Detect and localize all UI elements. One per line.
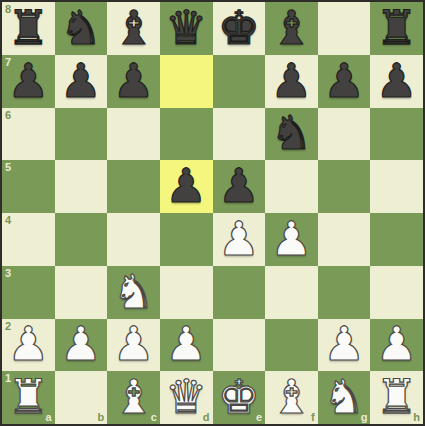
rank-label-4: 4 xyxy=(5,215,11,226)
square-a3[interactable]: 3 xyxy=(2,266,55,319)
square-f1[interactable]: f♝ xyxy=(265,371,318,424)
square-e1[interactable]: e♚ xyxy=(213,371,266,424)
square-c1[interactable]: c♝ xyxy=(107,371,160,424)
square-b4[interactable] xyxy=(55,213,108,266)
square-f7[interactable]: ♟ xyxy=(265,55,318,108)
piece-black-knight[interactable]: ♞ xyxy=(270,109,312,156)
chess-board: 8♜♞♝♛♚♝♜7♟♟♟♟♟♟6♞5♟♟4♟♟3♞2♟♟♟♟♟♟1a♜bc♝d♛… xyxy=(2,2,423,424)
piece-black-pawn[interactable]: ♟ xyxy=(165,162,207,209)
piece-white-pawn[interactable]: ♟ xyxy=(218,215,260,262)
piece-white-pawn[interactable]: ♟ xyxy=(165,320,207,367)
square-f3[interactable] xyxy=(265,266,318,319)
piece-black-pawn[interactable]: ♟ xyxy=(7,57,49,104)
piece-black-knight[interactable]: ♞ xyxy=(60,4,102,51)
square-e3[interactable] xyxy=(213,266,266,319)
square-b1[interactable]: b xyxy=(55,371,108,424)
piece-black-queen[interactable]: ♛ xyxy=(165,4,207,51)
square-h2[interactable]: ♟ xyxy=(370,319,423,372)
square-g5[interactable] xyxy=(318,160,371,213)
square-a8[interactable]: 8♜ xyxy=(2,2,55,55)
square-c2[interactable]: ♟ xyxy=(107,319,160,372)
square-b8[interactable]: ♞ xyxy=(55,2,108,55)
piece-black-king[interactable]: ♚ xyxy=(218,4,260,51)
square-g1[interactable]: g♞ xyxy=(318,371,371,424)
square-g8[interactable] xyxy=(318,2,371,55)
piece-white-pawn[interactable]: ♟ xyxy=(112,320,154,367)
square-f5[interactable] xyxy=(265,160,318,213)
square-d3[interactable] xyxy=(160,266,213,319)
square-d1[interactable]: d♛ xyxy=(160,371,213,424)
square-h5[interactable] xyxy=(370,160,423,213)
square-e2[interactable] xyxy=(213,319,266,372)
rank-label-5: 5 xyxy=(5,162,11,173)
piece-white-knight[interactable]: ♞ xyxy=(323,373,365,420)
piece-white-king[interactable]: ♚ xyxy=(218,373,260,420)
square-h8[interactable]: ♜ xyxy=(370,2,423,55)
square-c4[interactable] xyxy=(107,213,160,266)
square-g3[interactable] xyxy=(318,266,371,319)
square-h4[interactable] xyxy=(370,213,423,266)
square-g7[interactable]: ♟ xyxy=(318,55,371,108)
piece-black-pawn[interactable]: ♟ xyxy=(376,57,418,104)
square-e7[interactable] xyxy=(213,55,266,108)
square-d4[interactable] xyxy=(160,213,213,266)
square-b7[interactable]: ♟ xyxy=(55,55,108,108)
square-d2[interactable]: ♟ xyxy=(160,319,213,372)
square-c7[interactable]: ♟ xyxy=(107,55,160,108)
square-e8[interactable]: ♚ xyxy=(213,2,266,55)
piece-black-bishop[interactable]: ♝ xyxy=(270,4,312,51)
square-a6[interactable]: 6 xyxy=(2,108,55,161)
piece-white-rook[interactable]: ♜ xyxy=(376,373,418,420)
piece-white-rook[interactable]: ♜ xyxy=(7,373,49,420)
square-b5[interactable] xyxy=(55,160,108,213)
piece-white-knight[interactable]: ♞ xyxy=(112,268,154,315)
square-h7[interactable]: ♟ xyxy=(370,55,423,108)
piece-white-pawn[interactable]: ♟ xyxy=(323,320,365,367)
square-f2[interactable] xyxy=(265,319,318,372)
piece-white-queen[interactable]: ♛ xyxy=(165,373,207,420)
square-a7[interactable]: 7♟ xyxy=(2,55,55,108)
piece-white-bishop[interactable]: ♝ xyxy=(270,373,312,420)
square-g6[interactable] xyxy=(318,108,371,161)
rank-label-6: 6 xyxy=(5,110,11,121)
square-f8[interactable]: ♝ xyxy=(265,2,318,55)
piece-black-pawn[interactable]: ♟ xyxy=(323,57,365,104)
piece-black-bishop[interactable]: ♝ xyxy=(112,4,154,51)
square-a1[interactable]: 1a♜ xyxy=(2,371,55,424)
square-e6[interactable] xyxy=(213,108,266,161)
square-f4[interactable]: ♟ xyxy=(265,213,318,266)
square-a5[interactable]: 5 xyxy=(2,160,55,213)
piece-white-bishop[interactable]: ♝ xyxy=(112,373,154,420)
square-c8[interactable]: ♝ xyxy=(107,2,160,55)
piece-white-pawn[interactable]: ♟ xyxy=(270,215,312,262)
square-h1[interactable]: h♜ xyxy=(370,371,423,424)
square-f6[interactable]: ♞ xyxy=(265,108,318,161)
square-h3[interactable] xyxy=(370,266,423,319)
square-h6[interactable] xyxy=(370,108,423,161)
square-c3[interactable]: ♞ xyxy=(107,266,160,319)
piece-white-pawn[interactable]: ♟ xyxy=(7,320,49,367)
square-d8[interactable]: ♛ xyxy=(160,2,213,55)
file-label-b: b xyxy=(98,412,105,423)
chess-board-frame: 8♜♞♝♛♚♝♜7♟♟♟♟♟♟6♞5♟♟4♟♟3♞2♟♟♟♟♟♟1a♜bc♝d♛… xyxy=(0,0,425,426)
square-c6[interactable] xyxy=(107,108,160,161)
square-g2[interactable]: ♟ xyxy=(318,319,371,372)
square-d7[interactable] xyxy=(160,55,213,108)
piece-black-pawn[interactable]: ♟ xyxy=(270,57,312,104)
square-d6[interactable] xyxy=(160,108,213,161)
square-e4[interactable]: ♟ xyxy=(213,213,266,266)
square-b6[interactable] xyxy=(55,108,108,161)
square-a4[interactable]: 4 xyxy=(2,213,55,266)
piece-black-rook[interactable]: ♜ xyxy=(7,4,49,51)
piece-black-pawn[interactable]: ♟ xyxy=(218,162,260,209)
piece-black-rook[interactable]: ♜ xyxy=(376,4,418,51)
square-a2[interactable]: 2♟ xyxy=(2,319,55,372)
piece-black-pawn[interactable]: ♟ xyxy=(112,57,154,104)
square-b2[interactable]: ♟ xyxy=(55,319,108,372)
square-d5[interactable]: ♟ xyxy=(160,160,213,213)
piece-black-pawn[interactable]: ♟ xyxy=(60,57,102,104)
square-c5[interactable] xyxy=(107,160,160,213)
piece-white-pawn[interactable]: ♟ xyxy=(376,320,418,367)
rank-label-3: 3 xyxy=(5,268,11,279)
piece-white-pawn[interactable]: ♟ xyxy=(60,320,102,367)
square-e5[interactable]: ♟ xyxy=(213,160,266,213)
square-g4[interactable] xyxy=(318,213,371,266)
square-b3[interactable] xyxy=(55,266,108,319)
